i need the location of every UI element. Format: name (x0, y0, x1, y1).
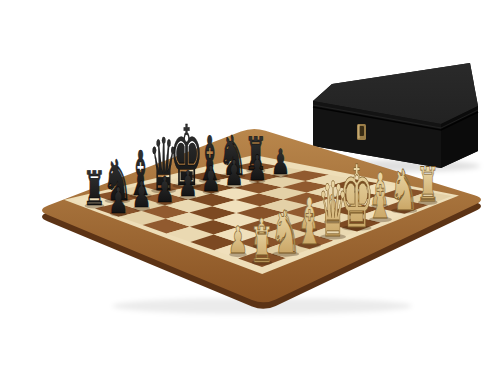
piece-white-knight-b1: ♞ (270, 198, 302, 266)
piece-glyph: ♟ (201, 158, 221, 199)
piece-black-pawn-g7: ♟ (247, 147, 267, 188)
piece-glyph: ♟ (247, 147, 267, 188)
piece-white-pawn-a2: ♟ (228, 219, 249, 262)
piece-white-rook-h1: ♜ (416, 158, 439, 213)
piece-white-rook-a1: ♜ (250, 216, 274, 273)
piece-glyph: ♜ (83, 161, 106, 216)
piece-black-pawn-a7: ♟ (108, 179, 128, 221)
product-photo: ♜♟♞♝♟♚♟♛♟♝♟♟♞♜♟♜♟♟♞♟♟♝♟♚♟♛♟♝♟♞♟♜ (0, 0, 500, 375)
box-clasp-glint (358, 125, 360, 139)
piece-black-pawn-h7: ♟ (271, 142, 290, 183)
piece-glyph: ♟ (155, 168, 175, 210)
piece-black-pawn-f7: ♟ (224, 153, 244, 194)
piece-glyph: ♟ (108, 179, 128, 221)
piece-black-rook-a8: ♜ (83, 161, 106, 216)
piece-glyph: ♞ (270, 198, 302, 266)
piece-black-pawn-d7: ♟ (178, 164, 198, 205)
piece-glyph: ♟ (178, 164, 198, 205)
piece-glyph: ♜ (416, 158, 439, 213)
piece-black-pawn-e7: ♟ (201, 158, 221, 199)
box-clasp-inner (359, 126, 364, 136)
piece-glyph: ♜ (250, 216, 274, 273)
piece-glyph: ♟ (228, 219, 249, 262)
chess-scene-svg: ♜♟♞♝♟♚♟♛♟♝♟♟♞♜♟♜♟♟♞♟♟♝♟♚♟♛♟♝♟♞♟♜ (0, 0, 500, 375)
piece-glyph: ♟ (271, 142, 290, 183)
piece-black-pawn-b7: ♟ (131, 174, 151, 216)
piece-black-pawn-c7: ♟ (155, 168, 175, 210)
piece-glyph: ♟ (224, 153, 244, 194)
piece-glyph: ♟ (131, 174, 151, 216)
